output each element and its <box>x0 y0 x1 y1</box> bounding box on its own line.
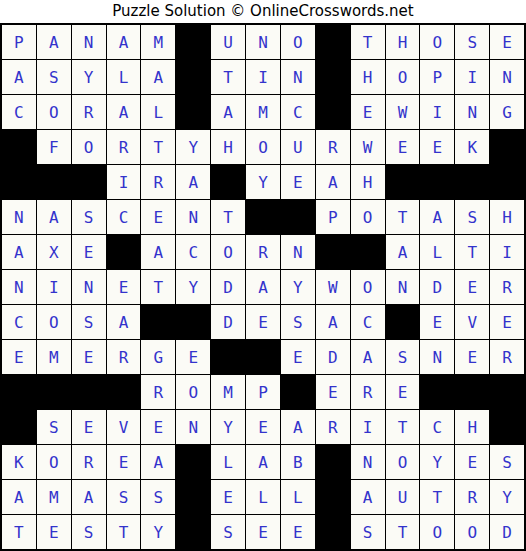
letter-cell-r14c5: S <box>141 480 175 514</box>
letter-cell-r4c8: O <box>246 130 280 164</box>
letter-cell-r2c7: T <box>211 60 245 94</box>
letter-cell-r13c5: A <box>141 445 175 479</box>
letter-cell-r6c11: O <box>351 200 385 234</box>
letter-cell-r15c3: S <box>72 515 106 549</box>
letter-cell-r14c3: A <box>72 480 106 514</box>
block-cell-r15c6 <box>176 515 210 549</box>
block-cell-r5c12 <box>386 165 420 199</box>
letter-cell-r12c3: E <box>72 410 106 444</box>
block-cell-r13c10 <box>316 445 350 479</box>
letter-cell-r6c1: N <box>2 200 36 234</box>
letter-cell-r6c13: A <box>420 200 454 234</box>
letter-cell-r13c3: R <box>72 445 106 479</box>
block-cell-r7c10 <box>316 235 350 269</box>
block-cell-r11c13 <box>420 375 454 409</box>
letter-cell-r12c2: S <box>37 410 71 444</box>
letter-cell-r1c13: O <box>420 25 454 59</box>
block-cell-r13c6 <box>176 445 210 479</box>
letter-cell-r9c4: A <box>107 305 141 339</box>
letter-cell-r7c2: X <box>37 235 71 269</box>
letter-cell-r15c8: E <box>246 515 280 549</box>
block-cell-r9c6 <box>176 305 210 339</box>
letter-cell-r3c12: W <box>386 95 420 129</box>
block-cell-r1c6 <box>176 25 210 59</box>
letter-cell-r12c5: E <box>141 410 175 444</box>
letter-cell-r10c5: G <box>141 340 175 374</box>
letter-cell-r2c3: Y <box>72 60 106 94</box>
letter-cell-r6c5: E <box>141 200 175 234</box>
letter-cell-r11c6: O <box>176 375 210 409</box>
letter-cell-r6c3: S <box>72 200 106 234</box>
letter-cell-r12c8: E <box>246 410 280 444</box>
block-cell-r12c15 <box>490 410 524 444</box>
letter-cell-r8c1: N <box>2 270 36 304</box>
letter-cell-r5c10: A <box>316 165 350 199</box>
letter-cell-r4c10: R <box>316 130 350 164</box>
block-cell-r11c9 <box>281 375 315 409</box>
letter-cell-r2c14: I <box>455 60 489 94</box>
letter-cell-r4c5: T <box>141 130 175 164</box>
letter-cell-r1c15: E <box>490 25 524 59</box>
letter-cell-r1c9: O <box>281 25 315 59</box>
letter-cell-r3c5: L <box>141 95 175 129</box>
block-cell-r5c7 <box>211 165 245 199</box>
block-cell-r7c11 <box>351 235 385 269</box>
letter-cell-r9c11: C <box>351 305 385 339</box>
letter-cell-r10c12: S <box>386 340 420 374</box>
block-cell-r11c4 <box>107 375 141 409</box>
letter-cell-r13c14: E <box>455 445 489 479</box>
block-cell-r11c15 <box>490 375 524 409</box>
puzzle-solution-page: Puzzle Solution © OnlineCrosswords.net P… <box>0 0 526 551</box>
letter-cell-r9c7: D <box>211 305 245 339</box>
letter-cell-r8c4: E <box>107 270 141 304</box>
block-cell-r11c2 <box>37 375 71 409</box>
letter-cell-r6c15: H <box>490 200 524 234</box>
letter-cell-r6c12: T <box>386 200 420 234</box>
letter-cell-r7c8: R <box>246 235 280 269</box>
letter-cell-r13c1: K <box>2 445 36 479</box>
block-cell-r5c3 <box>72 165 106 199</box>
letter-cell-r12c12: T <box>386 410 420 444</box>
letter-cell-r15c12: T <box>386 515 420 549</box>
letter-cell-r14c4: S <box>107 480 141 514</box>
letter-cell-r12c10: R <box>316 410 350 444</box>
letter-cell-r6c6: N <box>176 200 210 234</box>
letter-cell-r10c13: N <box>420 340 454 374</box>
letter-cell-r4c13: E <box>420 130 454 164</box>
letter-cell-r2c13: P <box>420 60 454 94</box>
letter-cell-r1c2: A <box>37 25 71 59</box>
letter-cell-r7c5: A <box>141 235 175 269</box>
letter-cell-r3c9: C <box>281 95 315 129</box>
letter-cell-r9c10: A <box>316 305 350 339</box>
letter-cell-r13c7: L <box>211 445 245 479</box>
letter-cell-r5c6: A <box>176 165 210 199</box>
letter-cell-r9c15: E <box>490 305 524 339</box>
letter-cell-r2c1: A <box>2 60 36 94</box>
letter-cell-r7c3: E <box>72 235 106 269</box>
letter-cell-r2c12: O <box>386 60 420 94</box>
letter-cell-r13c8: A <box>246 445 280 479</box>
letter-cell-r4c7: H <box>211 130 245 164</box>
letter-cell-r8c2: I <box>37 270 71 304</box>
letter-cell-r4c11: W <box>351 130 385 164</box>
letter-cell-r3c4: A <box>107 95 141 129</box>
letter-cell-r4c12: E <box>386 130 420 164</box>
block-cell-r5c13 <box>420 165 454 199</box>
letter-cell-r8c13: D <box>420 270 454 304</box>
letter-cell-r3c3: R <box>72 95 106 129</box>
letter-cell-r8c14: E <box>455 270 489 304</box>
letter-cell-r9c2: O <box>37 305 71 339</box>
letter-cell-r7c1: A <box>2 235 36 269</box>
block-cell-r5c14 <box>455 165 489 199</box>
letter-cell-r10c10: D <box>316 340 350 374</box>
block-cell-r6c9 <box>281 200 315 234</box>
letter-cell-r1c4: A <box>107 25 141 59</box>
letter-cell-r2c11: H <box>351 60 385 94</box>
letter-cell-r15c13: O <box>420 515 454 549</box>
block-cell-r11c14 <box>455 375 489 409</box>
letter-cell-r9c3: S <box>72 305 106 339</box>
letter-cell-r13c2: O <box>37 445 71 479</box>
letter-cell-r13c15: S <box>490 445 524 479</box>
letter-cell-r8c8: A <box>246 270 280 304</box>
letter-cell-r13c4: E <box>107 445 141 479</box>
letter-cell-r3c13: I <box>420 95 454 129</box>
letter-cell-r8c7: D <box>211 270 245 304</box>
letter-cell-r7c15: I <box>490 235 524 269</box>
letter-cell-r10c2: M <box>37 340 71 374</box>
letter-cell-r15c15: D <box>490 515 524 549</box>
letter-cell-r6c7: T <box>211 200 245 234</box>
letter-cell-r8c10: W <box>316 270 350 304</box>
letter-cell-r10c9: E <box>281 340 315 374</box>
letter-cell-r1c3: N <box>72 25 106 59</box>
block-cell-r10c7 <box>211 340 245 374</box>
block-cell-r6c8 <box>246 200 280 234</box>
letter-cell-r10c14: E <box>455 340 489 374</box>
letter-cell-r11c5: R <box>141 375 175 409</box>
letter-cell-r5c11: H <box>351 165 385 199</box>
letter-cell-r5c5: R <box>141 165 175 199</box>
letter-cell-r4c2: F <box>37 130 71 164</box>
letter-cell-r3c14: N <box>455 95 489 129</box>
letter-cell-r15c11: S <box>351 515 385 549</box>
letter-cell-r14c11: A <box>351 480 385 514</box>
block-cell-r5c1 <box>2 165 36 199</box>
block-cell-r7c4 <box>107 235 141 269</box>
block-cell-r14c10 <box>316 480 350 514</box>
letter-cell-r2c5: A <box>141 60 175 94</box>
letter-cell-r15c7: S <box>211 515 245 549</box>
page-title: Puzzle Solution © OnlineCrosswords.net <box>0 0 526 23</box>
letter-cell-r8c3: N <box>72 270 106 304</box>
letter-cell-r6c14: S <box>455 200 489 234</box>
letter-cell-r14c14: R <box>455 480 489 514</box>
letter-cell-r14c8: L <box>246 480 280 514</box>
letter-cell-r1c1: P <box>2 25 36 59</box>
letter-cell-r3c15: G <box>490 95 524 129</box>
letter-cell-r2c2: S <box>37 60 71 94</box>
block-cell-r5c15 <box>490 165 524 199</box>
letter-cell-r2c8: I <box>246 60 280 94</box>
letter-cell-r14c13: T <box>420 480 454 514</box>
block-cell-r3c10 <box>316 95 350 129</box>
letter-cell-r15c9: E <box>281 515 315 549</box>
block-cell-r11c1 <box>2 375 36 409</box>
letter-cell-r15c14: O <box>455 515 489 549</box>
letter-cell-r13c12: O <box>386 445 420 479</box>
letter-cell-r11c7: M <box>211 375 245 409</box>
letter-cell-r15c5: Y <box>141 515 175 549</box>
block-cell-r14c6 <box>176 480 210 514</box>
letter-cell-r4c3: O <box>72 130 106 164</box>
letter-cell-r9c14: V <box>455 305 489 339</box>
letter-cell-r11c10: E <box>316 375 350 409</box>
letter-cell-r1c12: H <box>386 25 420 59</box>
block-cell-r2c10 <box>316 60 350 94</box>
letter-cell-r13c9: B <box>281 445 315 479</box>
letter-cell-r5c4: I <box>107 165 141 199</box>
letter-cell-r3c7: A <box>211 95 245 129</box>
letter-cell-r14c9: L <box>281 480 315 514</box>
letter-cell-r12c13: C <box>420 410 454 444</box>
letter-cell-r14c1: A <box>2 480 36 514</box>
letter-cell-r12c14: H <box>455 410 489 444</box>
letter-cell-r7c9: N <box>281 235 315 269</box>
block-cell-r1c10 <box>316 25 350 59</box>
letter-cell-r6c10: P <box>316 200 350 234</box>
letter-cell-r11c8: P <box>246 375 280 409</box>
letter-cell-r8c6: Y <box>176 270 210 304</box>
letter-cell-r7c14: T <box>455 235 489 269</box>
letter-cell-r9c1: C <box>2 305 36 339</box>
letter-cell-r13c13: Y <box>420 445 454 479</box>
letter-cell-r10c11: A <box>351 340 385 374</box>
block-cell-r15c10 <box>316 515 350 549</box>
letter-cell-r10c4: R <box>107 340 141 374</box>
letter-cell-r6c2: A <box>37 200 71 234</box>
crossword-grid: PANAMUNOTHOSEASYLATINHOPINCORALAMCEWINGF… <box>0 23 526 551</box>
letter-cell-r13c11: N <box>351 445 385 479</box>
letter-cell-r14c7: E <box>211 480 245 514</box>
letter-cell-r4c4: R <box>107 130 141 164</box>
letter-cell-r14c12: U <box>386 480 420 514</box>
letter-cell-r1c7: U <box>211 25 245 59</box>
block-cell-r9c12 <box>386 305 420 339</box>
letter-cell-r5c9: E <box>281 165 315 199</box>
letter-cell-r3c8: M <box>246 95 280 129</box>
letter-cell-r8c11: O <box>351 270 385 304</box>
letter-cell-r10c6: E <box>176 340 210 374</box>
letter-cell-r9c9: S <box>281 305 315 339</box>
letter-cell-r5c8: Y <box>246 165 280 199</box>
letter-cell-r1c5: M <box>141 25 175 59</box>
letter-cell-r14c15: Y <box>490 480 524 514</box>
block-cell-r3c6 <box>176 95 210 129</box>
block-cell-r4c15 <box>490 130 524 164</box>
letter-cell-r14c2: M <box>37 480 71 514</box>
block-cell-r4c1 <box>2 130 36 164</box>
letter-cell-r15c1: T <box>2 515 36 549</box>
letter-cell-r4c6: Y <box>176 130 210 164</box>
block-cell-r11c3 <box>72 375 106 409</box>
letter-cell-r10c15: R <box>490 340 524 374</box>
letter-cell-r3c11: E <box>351 95 385 129</box>
letter-cell-r12c9: A <box>281 410 315 444</box>
letter-cell-r12c4: V <box>107 410 141 444</box>
block-cell-r2c6 <box>176 60 210 94</box>
letter-cell-r7c6: C <box>176 235 210 269</box>
block-cell-r12c1 <box>2 410 36 444</box>
letter-cell-r8c12: N <box>386 270 420 304</box>
letter-cell-r7c12: A <box>386 235 420 269</box>
letter-cell-r12c7: Y <box>211 410 245 444</box>
letter-cell-r2c4: L <box>107 60 141 94</box>
letter-cell-r1c8: N <box>246 25 280 59</box>
block-cell-r5c2 <box>37 165 71 199</box>
letter-cell-r12c11: I <box>351 410 385 444</box>
letter-cell-r8c5: T <box>141 270 175 304</box>
letter-cell-r15c4: T <box>107 515 141 549</box>
letter-cell-r7c7: O <box>211 235 245 269</box>
letter-cell-r1c14: S <box>455 25 489 59</box>
letter-cell-r10c3: E <box>72 340 106 374</box>
block-cell-r10c8 <box>246 340 280 374</box>
letter-cell-r2c9: N <box>281 60 315 94</box>
letter-cell-r3c2: O <box>37 95 71 129</box>
letter-cell-r8c15: R <box>490 270 524 304</box>
letter-cell-r9c13: E <box>420 305 454 339</box>
letter-cell-r4c9: U <box>281 130 315 164</box>
letter-cell-r4c14: K <box>455 130 489 164</box>
block-cell-r9c5 <box>141 305 175 339</box>
letter-cell-r6c4: C <box>107 200 141 234</box>
letter-cell-r11c12: E <box>386 375 420 409</box>
letter-cell-r2c15: N <box>490 60 524 94</box>
letter-cell-r11c11: R <box>351 375 385 409</box>
letter-cell-r15c2: E <box>37 515 71 549</box>
letter-cell-r9c8: E <box>246 305 280 339</box>
letter-cell-r1c11: T <box>351 25 385 59</box>
letter-cell-r7c13: L <box>420 235 454 269</box>
letter-cell-r8c9: Y <box>281 270 315 304</box>
letter-cell-r3c1: C <box>2 95 36 129</box>
letter-cell-r10c1: E <box>2 340 36 374</box>
letter-cell-r12c6: N <box>176 410 210 444</box>
